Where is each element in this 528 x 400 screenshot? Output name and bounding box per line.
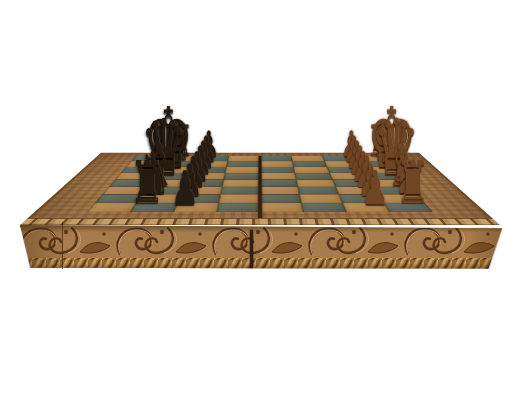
carved-apron	[18, 224, 504, 270]
square[interactable]	[219, 194, 260, 202]
box-left-end	[18, 222, 63, 269]
square[interactable]	[260, 187, 299, 195]
piece-black-pawn[interactable]: ♟	[171, 165, 199, 212]
piece-white-pawn[interactable]: ♟	[361, 165, 389, 212]
scene: ♜♟♟♜♞♟♟♞♝♟♟♝♚♟♟♚♛♟♟♛♝♟♟♝♞♟♟♞♜♟♟♜	[0, 0, 528, 400]
square[interactable]	[260, 180, 298, 187]
square[interactable]	[260, 203, 303, 212]
square[interactable]	[298, 187, 339, 195]
square[interactable]	[221, 187, 260, 195]
apron-fold-seam	[250, 230, 253, 268]
box-right-end	[470, 226, 504, 269]
piece-white-rook[interactable]: ♜	[396, 154, 431, 212]
square[interactable]	[217, 203, 260, 212]
square[interactable]	[299, 194, 342, 202]
square[interactable]	[296, 180, 335, 187]
square[interactable]	[301, 203, 346, 212]
square[interactable]	[222, 180, 260, 187]
fold-seam	[258, 156, 262, 222]
apron-carving-svg	[18, 224, 504, 270]
dentil-border	[20, 218, 500, 225]
square[interactable]	[260, 194, 301, 202]
piece-black-rook[interactable]: ♜	[130, 154, 165, 212]
